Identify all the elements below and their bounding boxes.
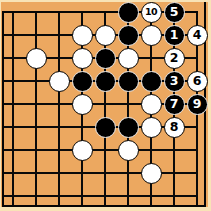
white-stone[interactable] [72,94,93,115]
white-stone[interactable] [72,48,93,69]
intersection [140,70,163,93]
black-stone[interactable] [95,117,116,138]
intersection [94,116,117,139]
intersection: 4 [186,24,209,47]
intersection [71,47,94,70]
move-number: 4 [193,29,202,42]
intersection [25,47,48,70]
white-stone[interactable] [95,25,116,46]
black-stone-move-1[interactable]: 1 [164,25,185,46]
black-stone[interactable] [118,2,139,23]
white-stone-move-6[interactable]: 6 [187,71,208,92]
board-bevel-bottom [0,207,211,211]
black-stone[interactable] [95,48,116,69]
intersection: 7 [163,93,186,116]
white-stone[interactable] [141,25,162,46]
white-stone[interactable] [49,71,70,92]
intersection: 9 [186,93,209,116]
move-number: 3 [170,75,179,88]
black-stone[interactable] [141,71,162,92]
white-stone[interactable] [141,94,162,115]
black-stone-move-9[interactable]: 9 [187,94,208,115]
intersection: 5 [163,1,186,24]
intersection: 1 [163,24,186,47]
intersection: 2 [163,47,186,70]
white-stone[interactable] [118,140,139,161]
move-number: 8 [170,121,179,134]
intersection: 10 [140,1,163,24]
move-number: 7 [170,98,179,111]
intersection: 6 [186,70,209,93]
intersection [140,162,163,185]
white-stone[interactable] [141,117,162,138]
white-stone[interactable] [72,140,93,161]
black-stone[interactable] [118,117,139,138]
white-stone-move-4[interactable]: 4 [187,25,208,46]
move-number: 2 [170,52,179,65]
white-stone[interactable] [141,163,162,184]
intersection [71,93,94,116]
intersection [48,70,71,93]
intersection: 8 [163,116,186,139]
go-diagram: 10514236798 [0,0,211,211]
intersection [117,116,140,139]
black-stone[interactable] [118,71,139,92]
intersection [117,139,140,162]
white-stone-move-2[interactable]: 2 [164,48,185,69]
intersection [94,70,117,93]
white-stone-move-8[interactable]: 8 [164,117,185,138]
black-stone-move-3[interactable]: 3 [164,71,185,92]
move-number: 9 [193,98,202,111]
white-stone[interactable] [72,25,93,46]
black-stone-move-5[interactable]: 5 [164,2,185,23]
go-grid: 10514236798 [2,1,209,208]
intersection [117,47,140,70]
move-number: 10 [145,7,157,17]
intersection [94,24,117,47]
intersection [71,70,94,93]
move-number: 1 [170,29,179,42]
white-stone[interactable] [118,48,139,69]
move-number: 5 [170,6,179,19]
intersection [140,24,163,47]
white-stone[interactable] [26,48,47,69]
black-stone[interactable] [118,25,139,46]
intersection [94,47,117,70]
intersection [117,24,140,47]
intersection [140,116,163,139]
black-stone[interactable] [95,71,116,92]
black-stone[interactable] [72,71,93,92]
intersection [140,93,163,116]
intersection: 3 [163,70,186,93]
intersection [71,139,94,162]
intersection [117,1,140,24]
move-number: 6 [193,75,202,88]
intersection [71,24,94,47]
black-stone-move-7[interactable]: 7 [164,94,185,115]
intersection [117,70,140,93]
white-stone-move-10[interactable]: 10 [141,2,162,23]
